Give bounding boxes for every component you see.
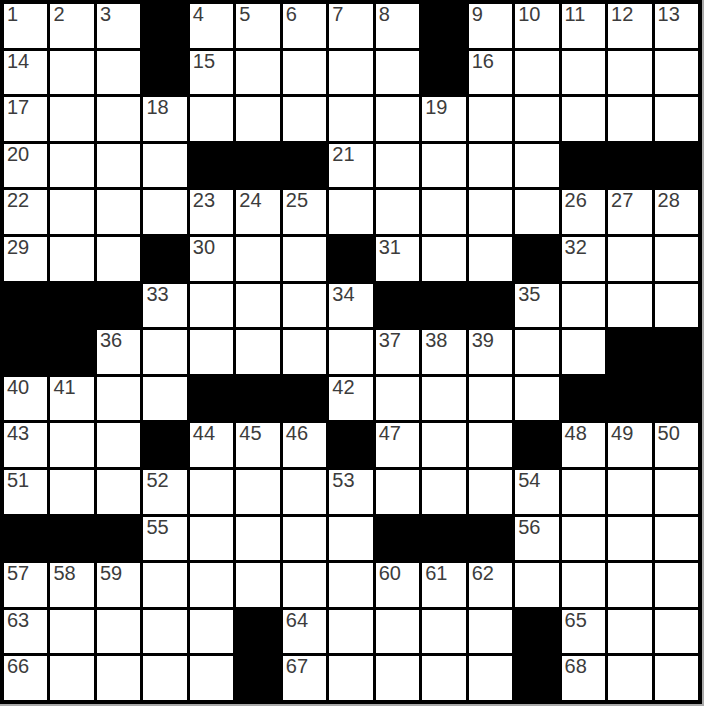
crossword-board: 1234567891011121314151617181920212223242… [0, 0, 702, 704]
cell-r4c10[interactable] [422, 144, 465, 188]
cell-r11c15[interactable] [655, 470, 698, 514]
cell-r15c1[interactable]: 66 [4, 656, 47, 700]
clue-number-17: 17 [7, 97, 29, 118]
clue-number-15: 15 [193, 51, 215, 72]
cell-r5c3[interactable] [97, 190, 140, 234]
cell-r12c4[interactable]: 55 [143, 517, 186, 561]
clue-number-13: 13 [658, 4, 680, 25]
clue-number-8: 8 [379, 4, 390, 25]
cell-r6c3[interactable] [97, 237, 140, 281]
clue-number-36: 36 [100, 330, 122, 351]
black-square-r9c5 [190, 377, 233, 421]
cell-r15c5[interactable] [190, 656, 233, 700]
black-square-r8c2 [50, 330, 93, 374]
cell-r13c15[interactable] [655, 563, 698, 607]
black-square-r1c10 [422, 4, 465, 48]
cell-r10c9[interactable]: 47 [376, 423, 419, 467]
cell-r14c10[interactable] [422, 610, 465, 654]
cell-r9c4[interactable] [143, 377, 186, 421]
cell-r6c6[interactable] [236, 237, 279, 281]
cell-r10c10[interactable] [422, 423, 465, 467]
black-square-r10c8 [329, 423, 372, 467]
cell-r3c4[interactable]: 18 [143, 97, 186, 141]
cell-r10c2[interactable] [50, 423, 93, 467]
cell-r11c10[interactable] [422, 470, 465, 514]
cell-r5c13[interactable]: 26 [562, 190, 605, 234]
black-square-r10c12 [515, 423, 558, 467]
clue-number-56: 56 [518, 517, 540, 538]
cell-r15c2[interactable] [50, 656, 93, 700]
cell-r8c13[interactable] [562, 330, 605, 374]
clue-number-20: 20 [7, 144, 29, 165]
cell-r1c8[interactable]: 7 [329, 4, 372, 48]
cell-r10c6[interactable]: 45 [236, 423, 279, 467]
cell-r6c1[interactable]: 29 [4, 237, 47, 281]
cell-r10c3[interactable] [97, 423, 140, 467]
cell-r4c2[interactable] [50, 144, 93, 188]
cell-r3c2[interactable] [50, 97, 93, 141]
cell-r2c1[interactable]: 14 [4, 51, 47, 95]
cell-r1c3[interactable]: 3 [97, 4, 140, 48]
cell-r7c12[interactable]: 35 [515, 284, 558, 328]
clue-number-35: 35 [518, 284, 540, 305]
cell-r6c11[interactable] [469, 237, 512, 281]
cell-r10c1[interactable]: 43 [4, 423, 47, 467]
clue-number-16: 16 [472, 51, 494, 72]
black-square-r6c4 [143, 237, 186, 281]
black-square-r7c3 [97, 284, 140, 328]
cell-r4c11[interactable] [469, 144, 512, 188]
black-square-r7c9 [376, 284, 419, 328]
clue-number-66: 66 [7, 656, 29, 677]
cell-r1c14[interactable]: 12 [608, 4, 651, 48]
cell-r15c10[interactable] [422, 656, 465, 700]
black-square-r7c1 [4, 284, 47, 328]
cell-r2c13[interactable] [562, 51, 605, 95]
cell-r10c14[interactable]: 49 [608, 423, 651, 467]
cell-r4c1[interactable]: 20 [4, 144, 47, 188]
cell-r8c8[interactable] [329, 330, 372, 374]
cell-r8c4[interactable] [143, 330, 186, 374]
cell-r5c10[interactable] [422, 190, 465, 234]
black-square-r12c11 [469, 517, 512, 561]
clue-number-25: 25 [286, 190, 308, 211]
clue-number-24: 24 [239, 190, 261, 211]
clue-number-62: 62 [472, 563, 494, 584]
cell-r2c5[interactable]: 15 [190, 51, 233, 95]
black-square-r8c15 [655, 330, 698, 374]
cell-r3c13[interactable] [562, 97, 605, 141]
clue-number-23: 23 [193, 190, 215, 211]
cell-r14c1[interactable]: 63 [4, 610, 47, 654]
cell-r12c8[interactable] [329, 517, 372, 561]
clue-number-19: 19 [425, 97, 447, 118]
cell-r13c7[interactable] [283, 563, 326, 607]
clue-number-29: 29 [7, 237, 29, 258]
cell-r3c7[interactable] [283, 97, 326, 141]
cell-r2c14[interactable] [608, 51, 651, 95]
cell-r6c10[interactable] [422, 237, 465, 281]
black-square-r14c6 [236, 610, 279, 654]
black-square-r6c12 [515, 237, 558, 281]
clue-number-6: 6 [286, 4, 297, 25]
black-square-r4c14 [608, 144, 651, 188]
cell-r13c3[interactable]: 59 [97, 563, 140, 607]
black-square-r15c12 [515, 656, 558, 700]
black-square-r9c7 [283, 377, 326, 421]
clue-number-42: 42 [332, 377, 354, 398]
cell-r2c11[interactable]: 16 [469, 51, 512, 95]
clue-number-44: 44 [193, 423, 215, 444]
cell-r2c15[interactable] [655, 51, 698, 95]
cell-r11c6[interactable] [236, 470, 279, 514]
cell-r5c6[interactable]: 24 [236, 190, 279, 234]
cell-r13c9[interactable]: 60 [376, 563, 419, 607]
black-square-r8c14 [608, 330, 651, 374]
cell-r13c13[interactable] [562, 563, 605, 607]
cell-r1c5[interactable]: 4 [190, 4, 233, 48]
cell-r11c13[interactable] [562, 470, 605, 514]
clue-number-43: 43 [7, 423, 29, 444]
black-square-r15c6 [236, 656, 279, 700]
cell-r5c1[interactable]: 22 [4, 190, 47, 234]
cell-r3c5[interactable] [190, 97, 233, 141]
clue-number-52: 52 [146, 470, 168, 491]
cell-r1c2[interactable]: 2 [50, 4, 93, 48]
clue-number-38: 38 [425, 330, 447, 351]
cell-r2c3[interactable] [97, 51, 140, 95]
cell-r11c4[interactable]: 52 [143, 470, 186, 514]
cell-r1c11[interactable]: 9 [469, 4, 512, 48]
cell-r1c7[interactable]: 6 [283, 4, 326, 48]
cell-r13c14[interactable] [608, 563, 651, 607]
cell-r2c9[interactable] [376, 51, 419, 95]
clue-number-57: 57 [7, 563, 29, 584]
cell-r10c13[interactable]: 48 [562, 423, 605, 467]
cell-r6c5[interactable]: 30 [190, 237, 233, 281]
cell-r14c8[interactable] [329, 610, 372, 654]
cell-r11c2[interactable] [50, 470, 93, 514]
cell-r13c1[interactable]: 57 [4, 563, 47, 607]
cell-r7c8[interactable]: 34 [329, 284, 372, 328]
clue-number-7: 7 [332, 4, 343, 25]
black-square-r8c1 [4, 330, 47, 374]
clue-number-51: 51 [7, 470, 29, 491]
cell-r9c3[interactable] [97, 377, 140, 421]
clue-number-11: 11 [565, 4, 586, 25]
cell-r1c9[interactable]: 8 [376, 4, 419, 48]
cell-r11c11[interactable] [469, 470, 512, 514]
cell-r6c13[interactable]: 32 [562, 237, 605, 281]
cell-r3c8[interactable] [329, 97, 372, 141]
cell-r15c9[interactable] [376, 656, 419, 700]
cell-r7c7[interactable] [283, 284, 326, 328]
cell-r12c7[interactable] [283, 517, 326, 561]
clue-number-60: 60 [379, 563, 401, 584]
clue-number-65: 65 [565, 610, 587, 631]
cell-r14c13[interactable]: 65 [562, 610, 605, 654]
cell-r12c15[interactable] [655, 517, 698, 561]
black-square-r12c2 [50, 517, 93, 561]
cell-r8c3[interactable]: 36 [97, 330, 140, 374]
clue-number-50: 50 [658, 423, 680, 444]
clue-number-4: 4 [193, 4, 204, 25]
black-square-r4c15 [655, 144, 698, 188]
cell-r12c12[interactable]: 56 [515, 517, 558, 561]
cell-r4c4[interactable] [143, 144, 186, 188]
cell-r2c8[interactable] [329, 51, 372, 95]
cell-r8c5[interactable] [190, 330, 233, 374]
cell-r4c9[interactable] [376, 144, 419, 188]
clue-number-61: 61 [425, 563, 447, 584]
cell-r6c7[interactable] [283, 237, 326, 281]
cell-r10c11[interactable] [469, 423, 512, 467]
clue-number-10: 10 [518, 4, 540, 25]
cell-r9c1[interactable]: 40 [4, 377, 47, 421]
clue-number-18: 18 [146, 97, 168, 118]
clue-number-32: 32 [565, 237, 587, 258]
clue-number-2: 2 [53, 4, 64, 25]
cell-r7c13[interactable] [562, 284, 605, 328]
cell-r13c10[interactable]: 61 [422, 563, 465, 607]
cell-r2c6[interactable] [236, 51, 279, 95]
cell-r8c12[interactable] [515, 330, 558, 374]
clue-number-30: 30 [193, 237, 215, 258]
cell-r6c15[interactable] [655, 237, 698, 281]
clue-number-1: 1 [7, 4, 18, 25]
cell-r6c9[interactable]: 31 [376, 237, 419, 281]
cell-r15c15[interactable] [655, 656, 698, 700]
cell-r5c5[interactable]: 23 [190, 190, 233, 234]
clue-number-46: 46 [286, 423, 308, 444]
cell-r1c1[interactable]: 1 [4, 4, 47, 48]
clue-number-34: 34 [332, 284, 354, 305]
clue-number-37: 37 [379, 330, 401, 351]
cell-r11c12[interactable]: 54 [515, 470, 558, 514]
cell-r3c1[interactable]: 17 [4, 97, 47, 141]
cell-r7c4[interactable]: 33 [143, 284, 186, 328]
cell-r12c14[interactable] [608, 517, 651, 561]
cell-r3c15[interactable] [655, 97, 698, 141]
cell-r5c14[interactable]: 27 [608, 190, 651, 234]
cell-r6c2[interactable] [50, 237, 93, 281]
cell-r8c10[interactable]: 38 [422, 330, 465, 374]
cell-r9c8[interactable]: 42 [329, 377, 372, 421]
cell-r5c8[interactable] [329, 190, 372, 234]
black-square-r9c6 [236, 377, 279, 421]
black-square-r4c13 [562, 144, 605, 188]
black-square-r4c6 [236, 144, 279, 188]
cell-r5c15[interactable]: 28 [655, 190, 698, 234]
cell-r5c4[interactable] [143, 190, 186, 234]
cell-r8c6[interactable] [236, 330, 279, 374]
clue-number-53: 53 [332, 470, 354, 491]
cell-r11c7[interactable] [283, 470, 326, 514]
cell-r13c11[interactable]: 62 [469, 563, 512, 607]
cell-r8c11[interactable]: 39 [469, 330, 512, 374]
cell-r15c8[interactable] [329, 656, 372, 700]
cell-r10c7[interactable]: 46 [283, 423, 326, 467]
cell-r7c15[interactable] [655, 284, 698, 328]
clue-number-45: 45 [239, 423, 261, 444]
cell-r13c12[interactable] [515, 563, 558, 607]
cell-r11c9[interactable] [376, 470, 419, 514]
cell-r15c7[interactable]: 67 [283, 656, 326, 700]
cell-r11c5[interactable] [190, 470, 233, 514]
cell-r7c6[interactable] [236, 284, 279, 328]
cell-r6c14[interactable] [608, 237, 651, 281]
cell-r10c5[interactable]: 44 [190, 423, 233, 467]
cell-r3c12[interactable] [515, 97, 558, 141]
black-square-r12c3 [97, 517, 140, 561]
clue-number-68: 68 [565, 656, 587, 677]
cell-r4c3[interactable] [97, 144, 140, 188]
cell-r9c10[interactable] [422, 377, 465, 421]
clue-number-54: 54 [518, 470, 540, 491]
clue-number-31: 31 [379, 237, 401, 258]
clue-number-26: 26 [565, 190, 587, 211]
cell-r2c7[interactable] [283, 51, 326, 95]
clue-number-63: 63 [7, 610, 29, 631]
cell-r15c13[interactable]: 68 [562, 656, 605, 700]
clue-number-64: 64 [286, 610, 308, 631]
cell-r13c8[interactable] [329, 563, 372, 607]
cell-r3c3[interactable] [97, 97, 140, 141]
clue-number-5: 5 [239, 4, 250, 25]
clue-number-9: 9 [472, 4, 483, 25]
clue-number-58: 58 [53, 563, 75, 584]
cell-r15c4[interactable] [143, 656, 186, 700]
black-square-r2c10 [422, 51, 465, 95]
black-square-r9c13 [562, 377, 605, 421]
cell-r12c5[interactable] [190, 517, 233, 561]
clue-number-14: 14 [7, 51, 29, 72]
clue-number-40: 40 [7, 377, 29, 398]
black-square-r4c7 [283, 144, 326, 188]
black-square-r7c10 [422, 284, 465, 328]
cell-r7c14[interactable] [608, 284, 651, 328]
cell-r13c2[interactable]: 58 [50, 563, 93, 607]
clue-number-59: 59 [100, 563, 122, 584]
cell-r12c6[interactable] [236, 517, 279, 561]
clue-number-33: 33 [146, 284, 168, 305]
cell-r14c4[interactable] [143, 610, 186, 654]
cell-r4c8[interactable]: 21 [329, 144, 372, 188]
clue-number-39: 39 [472, 330, 494, 351]
clue-number-22: 22 [7, 190, 29, 211]
cell-r13c4[interactable] [143, 563, 186, 607]
clue-number-41: 41 [53, 377, 75, 398]
cell-r11c8[interactable]: 53 [329, 470, 372, 514]
cell-r14c11[interactable] [469, 610, 512, 654]
cell-r1c12[interactable]: 10 [515, 4, 558, 48]
cell-r15c14[interactable] [608, 656, 651, 700]
clue-number-12: 12 [611, 4, 633, 25]
page-background: 1234567891011121314151617181920212223242… [0, 0, 704, 706]
black-square-r12c10 [422, 517, 465, 561]
cell-r9c12[interactable] [515, 377, 558, 421]
cell-r5c2[interactable] [50, 190, 93, 234]
cell-r3c9[interactable] [376, 97, 419, 141]
cell-r12c13[interactable] [562, 517, 605, 561]
cell-r9c11[interactable] [469, 377, 512, 421]
cell-r14c9[interactable] [376, 610, 419, 654]
cell-r11c3[interactable] [97, 470, 140, 514]
black-square-r12c1 [4, 517, 47, 561]
cell-r5c9[interactable] [376, 190, 419, 234]
black-square-r7c11 [469, 284, 512, 328]
clue-number-48: 48 [565, 423, 587, 444]
clue-number-49: 49 [611, 423, 633, 444]
cell-r3c6[interactable] [236, 97, 279, 141]
cell-r2c2[interactable] [50, 51, 93, 95]
clue-number-55: 55 [146, 517, 168, 538]
black-square-r14c12 [515, 610, 558, 654]
black-square-r7c2 [50, 284, 93, 328]
cell-r7c5[interactable] [190, 284, 233, 328]
cell-r3c10[interactable]: 19 [422, 97, 465, 141]
cell-r1c13[interactable]: 11 [562, 4, 605, 48]
black-square-r2c4 [143, 51, 186, 95]
cell-r1c6[interactable]: 5 [236, 4, 279, 48]
black-square-r6c8 [329, 237, 372, 281]
cell-r11c14[interactable] [608, 470, 651, 514]
black-square-r10c4 [143, 423, 186, 467]
cell-r4c12[interactable] [515, 144, 558, 188]
cell-r3c11[interactable] [469, 97, 512, 141]
cell-r1c15[interactable]: 13 [655, 4, 698, 48]
cell-r10c15[interactable]: 50 [655, 423, 698, 467]
clue-number-28: 28 [658, 190, 680, 211]
black-square-r1c4 [143, 4, 186, 48]
cell-r14c7[interactable]: 64 [283, 610, 326, 654]
cell-r13c6[interactable] [236, 563, 279, 607]
black-square-r12c9 [376, 517, 419, 561]
cell-r14c5[interactable] [190, 610, 233, 654]
black-square-r4c5 [190, 144, 233, 188]
cell-r5c12[interactable] [515, 190, 558, 234]
cell-r14c15[interactable] [655, 610, 698, 654]
clue-number-27: 27 [611, 190, 633, 211]
clue-number-47: 47 [379, 423, 401, 444]
cell-r14c14[interactable] [608, 610, 651, 654]
cell-r14c3[interactable] [97, 610, 140, 654]
cell-r3c14[interactable] [608, 97, 651, 141]
cell-r14c2[interactable] [50, 610, 93, 654]
cell-r9c9[interactable] [376, 377, 419, 421]
clue-number-21: 21 [332, 144, 354, 165]
cell-r8c9[interactable]: 37 [376, 330, 419, 374]
cell-r11c1[interactable]: 51 [4, 470, 47, 514]
cell-r13c5[interactable] [190, 563, 233, 607]
clue-number-67: 67 [286, 656, 308, 677]
black-square-r9c15 [655, 377, 698, 421]
cell-r8c7[interactable] [283, 330, 326, 374]
cell-r15c11[interactable] [469, 656, 512, 700]
cell-r5c7[interactable]: 25 [283, 190, 326, 234]
cell-r15c3[interactable] [97, 656, 140, 700]
cell-r2c12[interactable] [515, 51, 558, 95]
cell-r5c11[interactable] [469, 190, 512, 234]
cell-r9c2[interactable]: 41 [50, 377, 93, 421]
clue-number-3: 3 [100, 4, 111, 25]
black-square-r9c14 [608, 377, 651, 421]
